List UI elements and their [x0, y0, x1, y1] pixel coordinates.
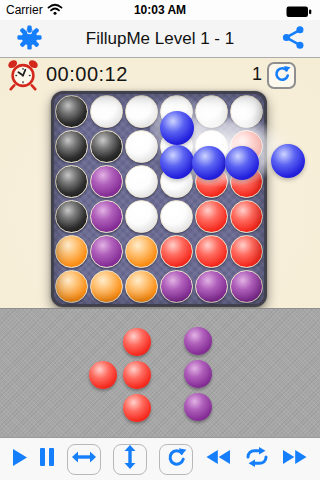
ball-black: [55, 130, 88, 163]
ball-purple: [90, 200, 123, 233]
ball-purple: [230, 270, 263, 303]
status-bar: Carrier 10:03 AM: [0, 0, 320, 21]
ball-purple: [160, 270, 193, 303]
ball-white: [125, 130, 158, 163]
cell-r2c2[interactable]: [89, 129, 124, 164]
cell-r5c6[interactable]: [229, 234, 264, 269]
cell-r4c3[interactable]: [124, 199, 159, 234]
arrow-up-down-icon: [122, 444, 138, 474]
cell-r2c5[interactable]: [194, 129, 229, 164]
cell-r6c2[interactable]: [89, 269, 124, 304]
flip-horizontal-button[interactable]: [67, 444, 101, 475]
ball-black: [90, 130, 123, 163]
cell-r4c1[interactable]: [54, 199, 89, 234]
ball-black: [55, 95, 88, 128]
ball-red: [160, 235, 193, 268]
rewind-icon: [205, 449, 231, 469]
playback-toolbar: [0, 437, 320, 480]
app-screen: Carrier 10:03 AM: [0, 0, 320, 480]
ball-red: [230, 200, 263, 233]
target-panel: [0, 308, 320, 438]
cell-r6c1[interactable]: [54, 269, 89, 304]
nav-bar: FillupMe Level 1 - 1: [0, 20, 320, 58]
cell-r4c6[interactable]: [229, 199, 264, 234]
ball-red: [230, 165, 263, 198]
rewind-button[interactable]: [205, 449, 231, 469]
ball-orange: [125, 270, 158, 303]
cell-r1c5[interactable]: [194, 94, 229, 129]
share-button[interactable]: [278, 24, 308, 54]
ball-black: [55, 200, 88, 233]
ball-white: [195, 95, 228, 128]
ball-white: [230, 95, 263, 128]
ball-purple: [195, 270, 228, 303]
cell-r5c2[interactable]: [89, 234, 124, 269]
play-button[interactable]: [12, 448, 28, 471]
cell-r5c1[interactable]: [54, 234, 89, 269]
share-icon: [281, 25, 306, 54]
ball-white: [125, 165, 158, 198]
rotate-button[interactable]: [159, 444, 193, 475]
cell-r6c5[interactable]: [194, 269, 229, 304]
cell-r4c5[interactable]: [194, 199, 229, 234]
ball-white: [195, 130, 228, 163]
play-icon: [12, 448, 28, 471]
game-stage: 00:00:12 1: [0, 57, 320, 437]
repeat-button[interactable]: [244, 447, 270, 471]
ball-red: [195, 200, 228, 233]
ball-orange: [125, 235, 158, 268]
cell-r1c3[interactable]: [124, 94, 159, 129]
ball-orange: [90, 270, 123, 303]
ball-purple: [90, 235, 123, 268]
ball-red: [195, 165, 228, 198]
cell-r1c1[interactable]: [54, 94, 89, 129]
cell-r3c1[interactable]: [54, 164, 89, 199]
cell-r3c4[interactable]: [159, 164, 194, 199]
cell-r2c3[interactable]: [124, 129, 159, 164]
ball-black: [55, 165, 88, 198]
alarm-clock-icon: [5, 59, 41, 95]
ball-purple: [90, 165, 123, 198]
rotate-icon: [273, 65, 291, 87]
page-title: FillupMe Level 1 - 1: [0, 20, 320, 57]
ball-orange: [55, 270, 88, 303]
cell-r6c4[interactable]: [159, 269, 194, 304]
cell-r3c3[interactable]: [124, 164, 159, 199]
cell-r2c1[interactable]: [54, 129, 89, 164]
move-counter: 1: [252, 64, 262, 85]
ball-white: [160, 200, 193, 233]
cell-r4c2[interactable]: [89, 199, 124, 234]
cell-r5c4[interactable]: [159, 234, 194, 269]
board-grid: [51, 91, 267, 307]
cell-r6c6[interactable]: [229, 269, 264, 304]
rotate-icon: [166, 447, 187, 472]
ball-white: [160, 165, 193, 198]
cell-r5c3[interactable]: [124, 234, 159, 269]
cell-r4c4[interactable]: [159, 199, 194, 234]
ball-red: [195, 235, 228, 268]
ball-red: [230, 235, 263, 268]
cell-r3c5[interactable]: [194, 164, 229, 199]
cell-r6c3[interactable]: [124, 269, 159, 304]
cell-r1c2[interactable]: [89, 94, 124, 129]
ball-white: [125, 95, 158, 128]
cell-r2c4[interactable]: [159, 129, 194, 164]
cell-r3c6[interactable]: [229, 164, 264, 199]
ball-white: [160, 95, 193, 128]
pause-button[interactable]: [40, 448, 54, 470]
ball-white: [160, 130, 193, 163]
fast-forward-icon: [282, 449, 308, 469]
repeat-icon: [244, 447, 270, 471]
pause-icon: [40, 448, 54, 470]
flip-vertical-button[interactable]: [113, 444, 147, 475]
cell-r3c2[interactable]: [89, 164, 124, 199]
cell-r5c5[interactable]: [194, 234, 229, 269]
cell-r1c6[interactable]: [229, 94, 264, 129]
ball-orange: [55, 235, 88, 268]
cell-r2c6[interactable]: [229, 129, 264, 164]
ball-red: [230, 130, 263, 163]
ball-white: [125, 200, 158, 233]
fast-forward-button[interactable]: [282, 449, 308, 469]
ball-white: [90, 95, 123, 128]
arrow-left-right-icon: [71, 449, 97, 469]
cell-r1c4[interactable]: [159, 94, 194, 129]
reset-button[interactable]: [267, 62, 296, 89]
timer-label: 00:00:12: [46, 63, 128, 86]
clock-label: 10:03 AM: [0, 3, 320, 17]
